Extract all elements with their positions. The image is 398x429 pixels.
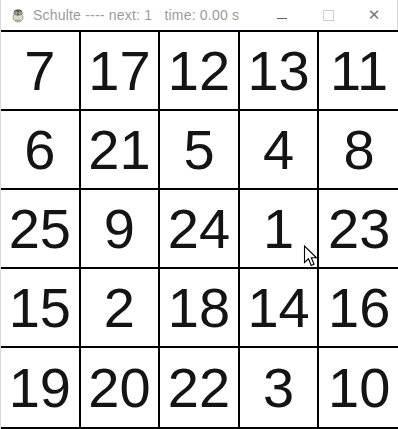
minimize-button[interactable] xyxy=(259,0,305,30)
cell-r1c3[interactable]: 12 xyxy=(160,32,240,111)
schulte-grid: 7171213116215482592412315218141619202231… xyxy=(1,30,398,429)
cell-r4c4[interactable]: 14 xyxy=(240,269,320,348)
cell-r5c4[interactable]: 3 xyxy=(240,348,320,427)
cell-r2c4[interactable]: 4 xyxy=(240,111,320,190)
cell-r4c5[interactable]: 16 xyxy=(319,269,398,348)
schulte-window: Schulte ---- next: 1 time: 0.00 s ✕ 7171… xyxy=(0,0,398,429)
cell-r1c4[interactable]: 13 xyxy=(240,32,320,111)
cell-r5c1[interactable]: 19 xyxy=(1,348,81,427)
cell-r4c1[interactable]: 15 xyxy=(1,269,81,348)
maximize-button[interactable] xyxy=(305,0,351,30)
cell-r1c2[interactable]: 17 xyxy=(81,32,161,111)
window-title: Schulte ---- next: 1 time: 0.00 s xyxy=(33,7,239,23)
cell-r3c1[interactable]: 25 xyxy=(1,190,81,269)
cell-r4c2[interactable]: 2 xyxy=(81,269,161,348)
cell-r3c4[interactable]: 1 xyxy=(240,190,320,269)
cell-r1c1[interactable]: 7 xyxy=(1,32,81,111)
app-owl-icon xyxy=(10,7,26,23)
cell-r2c2[interactable]: 21 xyxy=(81,111,161,190)
cell-r2c1[interactable]: 6 xyxy=(1,111,81,190)
cell-r3c3[interactable]: 24 xyxy=(160,190,240,269)
cell-r4c3[interactable]: 18 xyxy=(160,269,240,348)
cell-r5c5[interactable]: 10 xyxy=(319,348,398,427)
cell-r3c2[interactable]: 9 xyxy=(81,190,161,269)
cell-r5c2[interactable]: 20 xyxy=(81,348,161,427)
close-button[interactable]: ✕ xyxy=(351,0,397,30)
close-icon: ✕ xyxy=(368,8,381,23)
title-bar: Schulte ---- next: 1 time: 0.00 s ✕ xyxy=(1,0,397,30)
cell-r2c5[interactable]: 8 xyxy=(319,111,398,190)
maximize-icon xyxy=(323,10,334,21)
cell-r5c3[interactable]: 22 xyxy=(160,348,240,427)
minimize-icon xyxy=(277,18,287,19)
cell-r3c5[interactable]: 23 xyxy=(319,190,398,269)
window-controls: ✕ xyxy=(259,0,397,30)
cell-r2c3[interactable]: 5 xyxy=(160,111,240,190)
cell-r1c5[interactable]: 11 xyxy=(319,32,398,111)
